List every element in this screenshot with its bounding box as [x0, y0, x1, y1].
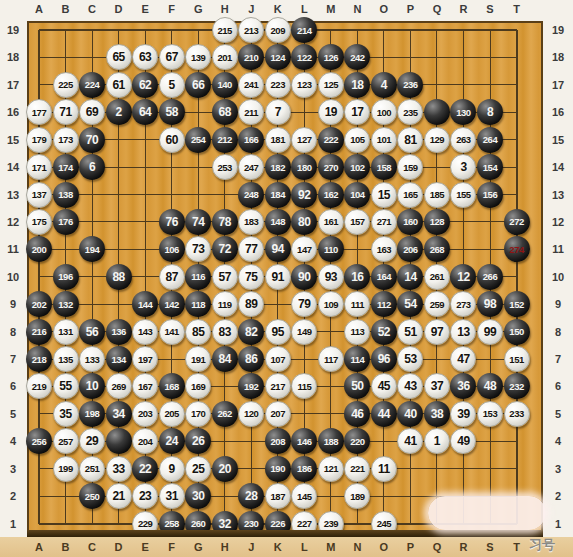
col-label-bottom-B: B: [62, 541, 70, 553]
stone-O9[interactable]: 112: [371, 291, 397, 317]
stone-C8[interactable]: 56: [79, 319, 105, 345]
stone-S5[interactable]: 153: [477, 401, 503, 427]
col-label-bottom-O: O: [380, 541, 389, 553]
stone-L10[interactable]: 90: [291, 264, 317, 290]
stone-G8[interactable]: 85: [185, 319, 211, 345]
stone-T8[interactable]: 150: [504, 319, 530, 345]
stone-F11[interactable]: 106: [159, 236, 185, 262]
stone-E8[interactable]: 143: [132, 319, 158, 345]
stone-S8[interactable]: 99: [477, 319, 503, 345]
stone-T6[interactable]: 232: [504, 373, 530, 399]
col-label-bottom-K: K: [274, 541, 282, 553]
stone-K16[interactable]: 7: [265, 99, 291, 125]
stone-O13[interactable]: 15: [371, 182, 397, 208]
row-label-left-17: 17: [7, 79, 19, 91]
stone-E7[interactable]: 197: [132, 346, 158, 372]
row-label-right-16: 16: [552, 106, 564, 118]
row-label-left-8: 8: [10, 326, 16, 338]
stone-N8[interactable]: 113: [344, 319, 370, 345]
stone-O17[interactable]: 4: [371, 72, 397, 98]
stone-Q8[interactable]: 97: [424, 319, 450, 345]
watermark-text: 习号: [529, 536, 555, 554]
col-label-top-F: F: [168, 3, 175, 15]
col-label-bottom-G: G: [194, 541, 203, 553]
row-label-left-4: 4: [10, 435, 16, 447]
stone-C3[interactable]: 251: [79, 456, 105, 482]
col-label-top-S: S: [486, 3, 493, 15]
stone-L15[interactable]: 127: [291, 127, 317, 153]
stone-F15[interactable]: 60: [159, 127, 185, 153]
stone-P10[interactable]: 14: [397, 264, 423, 290]
stone-R13[interactable]: 155: [450, 182, 476, 208]
row-label-right-3: 3: [555, 463, 561, 475]
col-label-top-A: A: [35, 3, 43, 15]
stone-G12[interactable]: 74: [185, 209, 211, 235]
col-label-bottom-R: R: [459, 541, 467, 553]
col-label-top-E: E: [141, 3, 148, 15]
stone-G15[interactable]: 254: [185, 127, 211, 153]
stone-Q5[interactable]: 38: [424, 401, 450, 427]
stone-B16[interactable]: 71: [53, 99, 79, 125]
stone-O14[interactable]: 158: [371, 154, 397, 180]
col-label-top-R: R: [459, 3, 467, 15]
stone-B7[interactable]: 135: [53, 346, 79, 372]
col-label-bottom-E: E: [141, 541, 148, 553]
col-label-bottom-C: C: [88, 541, 96, 553]
stone-D16[interactable]: 2: [106, 99, 132, 125]
row-label-left-9: 9: [10, 298, 16, 310]
stone-B12[interactable]: 176: [53, 209, 79, 235]
stone-F2[interactable]: 31: [159, 483, 185, 509]
stone-M4[interactable]: 188: [318, 428, 344, 454]
stone-B4[interactable]: 257: [53, 428, 79, 454]
row-label-right-10: 10: [552, 271, 564, 283]
row-label-right-1: 1: [555, 518, 561, 530]
row-label-left-19: 19: [7, 24, 19, 36]
row-label-right-18: 18: [552, 51, 564, 63]
stone-E3[interactable]: 22: [132, 456, 158, 482]
stone-F18[interactable]: 67: [159, 44, 185, 70]
col-label-bottom-F: F: [168, 541, 175, 553]
col-label-bottom-J: J: [248, 541, 254, 553]
go-board-screenshot: 2152132092146563671392012101241221262422…: [0, 0, 573, 557]
col-label-top-J: J: [248, 3, 254, 15]
stone-F9[interactable]: 142: [159, 291, 185, 317]
stone-F16[interactable]: 58: [159, 99, 185, 125]
stone-J17[interactable]: 241: [238, 72, 264, 98]
stone-G10[interactable]: 116: [185, 264, 211, 290]
stone-K4[interactable]: 208: [265, 428, 291, 454]
stone-M14[interactable]: 270: [318, 154, 344, 180]
stone-K5[interactable]: 207: [265, 401, 291, 427]
col-label-top-P: P: [407, 3, 414, 15]
stone-B5[interactable]: 35: [53, 401, 79, 427]
stone-T9[interactable]: 152: [504, 291, 530, 317]
stone-M3[interactable]: 121: [318, 456, 344, 482]
row-label-left-2: 2: [10, 490, 16, 502]
stone-S15[interactable]: 264: [477, 127, 503, 153]
row-label-left-1: 1: [10, 518, 16, 530]
stone-A9[interactable]: 202: [26, 291, 52, 317]
stone-M13[interactable]: 162: [318, 182, 344, 208]
col-label-top-L: L: [301, 3, 308, 15]
stone-B6[interactable]: 55: [53, 373, 79, 399]
stone-D7[interactable]: 134: [106, 346, 132, 372]
stone-D3[interactable]: 33: [106, 456, 132, 482]
stone-D18[interactable]: 65: [106, 44, 132, 70]
stone-H17[interactable]: 140: [212, 72, 238, 98]
stone-M10[interactable]: 93: [318, 264, 344, 290]
row-label-right-13: 13: [552, 189, 564, 201]
stone-N17[interactable]: 18: [344, 72, 370, 98]
stone-C17[interactable]: 224: [79, 72, 105, 98]
stone-A12[interactable]: 175: [26, 209, 52, 235]
stone-D2[interactable]: 21: [106, 483, 132, 509]
stone-R8[interactable]: 13: [450, 319, 476, 345]
col-label-bottom-L: L: [301, 541, 308, 553]
row-label-right-9: 9: [555, 298, 561, 310]
stone-M15[interactable]: 222: [318, 127, 344, 153]
stone-B10[interactable]: 196: [53, 264, 79, 290]
row-label-left-15: 15: [7, 134, 19, 146]
stone-T11[interactable]: 274: [504, 236, 530, 262]
row-label-left-11: 11: [7, 243, 19, 255]
stone-D10[interactable]: 88: [106, 264, 132, 290]
stone-H3[interactable]: 20: [212, 456, 238, 482]
stone-F17[interactable]: 5: [159, 72, 185, 98]
stone-J8[interactable]: 82: [238, 319, 264, 345]
stone-H9[interactable]: 119: [212, 291, 238, 317]
stone-M11[interactable]: 110: [318, 236, 344, 262]
stone-O5[interactable]: 44: [371, 401, 397, 427]
stone-Q9[interactable]: 259: [424, 291, 450, 317]
stone-T5[interactable]: 233: [504, 401, 530, 427]
stone-M16[interactable]: 19: [318, 99, 344, 125]
col-label-bottom-Q: Q: [433, 541, 442, 553]
stone-N10[interactable]: 16: [344, 264, 370, 290]
col-label-top-T: T: [513, 3, 520, 15]
stone-J5[interactable]: 120: [238, 401, 264, 427]
stone-J10[interactable]: 75: [238, 264, 264, 290]
stone-J15[interactable]: 166: [238, 127, 264, 153]
row-label-right-6: 6: [555, 380, 561, 392]
stone-F4[interactable]: 24: [159, 428, 185, 454]
row-label-left-3: 3: [10, 463, 16, 475]
stone-B17[interactable]: 225: [53, 72, 79, 98]
stone-H11[interactable]: 72: [212, 236, 238, 262]
stone-F12[interactable]: 76: [159, 209, 185, 235]
stone-J12[interactable]: 183: [238, 209, 264, 235]
stone-D4[interactable]: [106, 428, 132, 454]
stone-K19[interactable]: 209: [265, 17, 291, 43]
stone-L13[interactable]: 92: [291, 182, 317, 208]
col-label-top-G: G: [194, 3, 203, 15]
stone-M12[interactable]: 161: [318, 209, 344, 235]
stone-C14[interactable]: 6: [79, 154, 105, 180]
stone-H19[interactable]: 215: [212, 17, 238, 43]
row-label-right-14: 14: [552, 161, 564, 173]
stone-Q15[interactable]: 129: [424, 127, 450, 153]
stone-K18[interactable]: 124: [265, 44, 291, 70]
stone-N15[interactable]: 105: [344, 127, 370, 153]
col-label-top-O: O: [380, 3, 389, 15]
stone-D17[interactable]: 61: [106, 72, 132, 98]
grid-line-vertical: [516, 30, 518, 524]
stone-H14[interactable]: 253: [212, 154, 238, 180]
stone-G17[interactable]: 66: [185, 72, 211, 98]
stone-B14[interactable]: 174: [53, 154, 79, 180]
stone-O3[interactable]: 11: [371, 456, 397, 482]
row-label-left-14: 14: [7, 161, 19, 173]
col-label-top-M: M: [326, 3, 335, 15]
stone-F6[interactable]: 168: [159, 373, 185, 399]
stone-O15[interactable]: 101: [371, 127, 397, 153]
stone-S10[interactable]: 266: [477, 264, 503, 290]
stone-H10[interactable]: 57: [212, 264, 238, 290]
stone-K13[interactable]: 184: [265, 182, 291, 208]
stone-H12[interactable]: 78: [212, 209, 238, 235]
stone-F10[interactable]: 87: [159, 264, 185, 290]
stone-N3[interactable]: 221: [344, 456, 370, 482]
stone-H7[interactable]: 84: [212, 346, 238, 372]
stone-G3[interactable]: 25: [185, 456, 211, 482]
col-label-top-H: H: [221, 3, 229, 15]
stone-E17[interactable]: 62: [132, 72, 158, 98]
stone-O10[interactable]: 164: [371, 264, 397, 290]
stone-Q12[interactable]: 128: [424, 209, 450, 235]
stone-R15[interactable]: 263: [450, 127, 476, 153]
stone-B3[interactable]: 199: [53, 456, 79, 482]
col-label-bottom-D: D: [115, 541, 123, 553]
col-label-bottom-S: S: [486, 541, 493, 553]
stone-M9[interactable]: 109: [318, 291, 344, 317]
stone-M17[interactable]: 125: [318, 72, 344, 98]
board-edge-shadow: [27, 530, 543, 537]
col-label-top-Q: Q: [433, 3, 442, 15]
col-label-top-D: D: [115, 3, 123, 15]
row-label-right-2: 2: [555, 490, 561, 502]
col-label-bottom-H: H: [221, 541, 229, 553]
col-label-top-B: B: [62, 3, 70, 15]
stone-A8[interactable]: 216: [26, 319, 52, 345]
stone-F5[interactable]: 205: [159, 401, 185, 427]
stone-K12[interactable]: 148: [265, 209, 291, 235]
stone-K10[interactable]: 91: [265, 264, 291, 290]
stone-L3[interactable]: 186: [291, 456, 317, 482]
col-label-bottom-M: M: [326, 541, 335, 553]
stone-K2[interactable]: 187: [265, 483, 291, 509]
stone-O12[interactable]: 271: [371, 209, 397, 235]
stone-H5[interactable]: 262: [212, 401, 238, 427]
stone-O16[interactable]: 100: [371, 99, 397, 125]
stone-S9[interactable]: 98: [477, 291, 503, 317]
row-label-left-6: 6: [10, 380, 16, 392]
stone-K3[interactable]: 190: [265, 456, 291, 482]
stone-S14[interactable]: 154: [477, 154, 503, 180]
row-label-right-17: 17: [552, 79, 564, 91]
stone-O7[interactable]: 96: [371, 346, 397, 372]
stone-P13[interactable]: 165: [397, 182, 423, 208]
stone-A13[interactable]: 137: [26, 182, 52, 208]
stone-K17[interactable]: 223: [265, 72, 291, 98]
row-label-left-10: 10: [7, 271, 19, 283]
row-label-right-8: 8: [555, 326, 561, 338]
stone-T7[interactable]: 151: [504, 346, 530, 372]
stone-C15[interactable]: 70: [79, 127, 105, 153]
stone-B9[interactable]: 132: [53, 291, 79, 317]
stone-S13[interactable]: 156: [477, 182, 503, 208]
row-label-left-7: 7: [10, 353, 16, 365]
stone-F8[interactable]: 141: [159, 319, 185, 345]
stone-Q16[interactable]: [424, 99, 450, 125]
stone-K7[interactable]: 107: [265, 346, 291, 372]
row-label-right-11: 11: [552, 243, 564, 255]
stone-D5[interactable]: 34: [106, 401, 132, 427]
row-label-right-7: 7: [555, 353, 561, 365]
stone-E5[interactable]: 203: [132, 401, 158, 427]
col-label-bottom-N: N: [353, 541, 361, 553]
col-label-bottom-A: A: [35, 541, 43, 553]
stone-C7[interactable]: 133: [79, 346, 105, 372]
row-label-right-4: 4: [555, 435, 561, 447]
stone-B13[interactable]: 138: [53, 182, 79, 208]
stone-P8[interactable]: 51: [397, 319, 423, 345]
stone-K11[interactable]: 94: [265, 236, 291, 262]
stone-C2[interactable]: 250: [79, 483, 105, 509]
row-label-left-16: 16: [7, 106, 19, 118]
stone-O8[interactable]: 52: [371, 319, 397, 345]
stone-B8[interactable]: 131: [53, 319, 79, 345]
row-label-left-18: 18: [7, 51, 19, 63]
row-label-right-19: 19: [552, 24, 564, 36]
stone-Q10[interactable]: 261: [424, 264, 450, 290]
stone-K15[interactable]: 181: [265, 127, 291, 153]
stone-A7[interactable]: 218: [26, 346, 52, 372]
stone-M7[interactable]: 117: [318, 346, 344, 372]
stone-T12[interactable]: 272: [504, 209, 530, 235]
col-label-bottom-P: P: [407, 541, 414, 553]
row-label-right-12: 12: [552, 216, 564, 228]
stone-B15[interactable]: 173: [53, 127, 79, 153]
stone-G5[interactable]: 170: [185, 401, 211, 427]
stone-P15[interactable]: 81: [397, 127, 423, 153]
stone-Q13[interactable]: 185: [424, 182, 450, 208]
stone-K8[interactable]: 95: [265, 319, 291, 345]
stone-N13[interactable]: 104: [344, 182, 370, 208]
stone-J13[interactable]: 248: [238, 182, 264, 208]
col-label-top-N: N: [353, 3, 361, 15]
stone-D8[interactable]: 136: [106, 319, 132, 345]
stone-H16[interactable]: 68: [212, 99, 238, 125]
stone-C5[interactable]: 198: [79, 401, 105, 427]
stone-F3[interactable]: 9: [159, 456, 185, 482]
col-label-bottom-T: T: [513, 541, 520, 553]
stone-D6[interactable]: 269: [106, 373, 132, 399]
stone-A14[interactable]: 171: [26, 154, 52, 180]
stone-H18[interactable]: 201: [212, 44, 238, 70]
stone-L8[interactable]: 149: [291, 319, 317, 345]
stone-A15[interactable]: 179: [26, 127, 52, 153]
row-label-right-15: 15: [552, 134, 564, 146]
col-label-top-C: C: [88, 3, 96, 15]
row-label-left-5: 5: [10, 408, 16, 420]
stone-H8[interactable]: 83: [212, 319, 238, 345]
row-label-left-13: 13: [7, 189, 19, 201]
watermark-blur-patch: [428, 496, 546, 530]
col-label-top-K: K: [274, 3, 282, 15]
stone-L17[interactable]: 123: [291, 72, 317, 98]
stone-K14[interactable]: 182: [265, 154, 291, 180]
stone-H15[interactable]: 212: [212, 127, 238, 153]
row-label-left-12: 12: [7, 216, 19, 228]
row-label-right-5: 5: [555, 408, 561, 420]
